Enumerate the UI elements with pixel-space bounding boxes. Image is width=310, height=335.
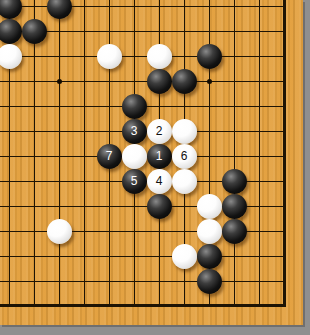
move-number-label: 1 <box>156 150 163 162</box>
white-stone <box>197 194 222 219</box>
black-stone <box>222 194 247 219</box>
black-stone <box>0 0 22 19</box>
white-stone <box>0 44 22 69</box>
move-number-label: 2 <box>156 125 163 137</box>
move-2-white-stone: 2 <box>147 119 172 144</box>
move-5-black-stone: 5 <box>122 169 147 194</box>
black-stone <box>22 19 47 44</box>
move-number-label: 3 <box>131 125 138 137</box>
white-stone <box>172 244 197 269</box>
move-3-black-stone: 3 <box>122 119 147 144</box>
grid-horizontal-line <box>0 256 286 257</box>
window-background: 3271654 <box>0 0 310 335</box>
grid-vertical-line <box>34 0 35 307</box>
black-stone <box>147 194 172 219</box>
black-stone <box>0 19 22 44</box>
white-stone <box>172 169 197 194</box>
move-7-black-stone: 7 <box>97 144 122 169</box>
move-4-white-stone: 4 <box>147 169 172 194</box>
black-stone <box>197 44 222 69</box>
black-stone <box>147 69 172 94</box>
grid-vertical-line <box>59 0 60 307</box>
move-number-label: 7 <box>106 150 113 162</box>
black-stone <box>122 94 147 119</box>
move-1-black-stone: 1 <box>147 144 172 169</box>
move-6-white-stone: 6 <box>172 144 197 169</box>
white-stone <box>147 44 172 69</box>
move-number-label: 6 <box>181 150 188 162</box>
grid-vertical-line <box>259 0 260 307</box>
white-stone <box>47 219 72 244</box>
move-number-label: 4 <box>156 175 163 187</box>
board-bottom-edge-line <box>0 304 286 307</box>
grid-horizontal-line <box>0 6 286 7</box>
black-stone <box>197 269 222 294</box>
white-stone <box>122 144 147 169</box>
white-stone <box>197 219 222 244</box>
black-stone <box>172 69 197 94</box>
grid-horizontal-line <box>0 281 286 282</box>
grid-vertical-line <box>84 0 85 307</box>
go-board[interactable]: 3271654 <box>0 0 303 325</box>
grid-horizontal-line <box>0 56 286 57</box>
star-point-Q10 <box>207 79 212 84</box>
black-stone <box>197 244 222 269</box>
black-stone <box>222 169 247 194</box>
white-stone <box>97 44 122 69</box>
move-number-label: 5 <box>131 175 138 187</box>
black-stone <box>47 0 72 19</box>
star-point-K10 <box>57 79 62 84</box>
board-right-edge-line <box>283 0 286 307</box>
black-stone <box>222 219 247 244</box>
grid-horizontal-line <box>0 81 286 82</box>
grid-vertical-line <box>234 0 235 307</box>
white-stone <box>172 119 197 144</box>
